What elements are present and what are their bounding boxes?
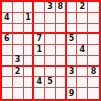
- cell-r6c7[interactable]: [67, 56, 78, 67]
- cell-r9c3[interactable]: [24, 88, 35, 99]
- cell-r7c9[interactable]: 8: [88, 67, 99, 78]
- cell-r2c8[interactable]: [77, 13, 88, 24]
- cell-r9c9[interactable]: [88, 88, 99, 99]
- cell-r7c7[interactable]: 3: [67, 67, 78, 78]
- cell-r4c8[interactable]: [77, 34, 88, 45]
- given-digit: 8: [91, 68, 97, 76]
- given-digit: 7: [36, 35, 42, 43]
- cell-r4c4[interactable]: 7: [34, 34, 45, 45]
- cell-r2c2[interactable]: [13, 13, 24, 24]
- given-digit: 3: [47, 3, 53, 11]
- cell-r3c6[interactable]: [56, 24, 67, 35]
- cell-r6c3[interactable]: [24, 56, 35, 67]
- given-digit: 1: [36, 46, 42, 54]
- cell-r9c8[interactable]: [77, 88, 88, 99]
- cell-r1c3[interactable]: [24, 2, 35, 13]
- cell-r3c9[interactable]: [88, 24, 99, 35]
- cell-r5c7[interactable]: [67, 45, 78, 56]
- cell-r2c4[interactable]: [34, 13, 45, 24]
- cell-r8c1[interactable]: [2, 77, 13, 88]
- cell-r2c9[interactable]: [88, 13, 99, 24]
- cell-r8c4[interactable]: 4: [34, 77, 45, 88]
- given-digit: 5: [69, 35, 75, 43]
- cell-r7c6[interactable]: [56, 67, 67, 78]
- given-digit: 3: [69, 68, 75, 76]
- cell-r8c8[interactable]: [77, 77, 88, 88]
- cell-r8c6[interactable]: [56, 77, 67, 88]
- cell-r9c2[interactable]: [13, 88, 24, 99]
- cell-r1c4[interactable]: [34, 2, 45, 13]
- given-digit: 8: [57, 3, 63, 11]
- cell-r7c8[interactable]: [77, 67, 88, 78]
- given-digit: 4: [4, 14, 10, 22]
- given-digit: 1: [25, 14, 31, 22]
- cell-r1c8[interactable]: 2: [77, 2, 88, 13]
- given-digit: 9: [69, 90, 75, 98]
- cell-r1c7[interactable]: [67, 2, 78, 13]
- cell-r1c9[interactable]: [88, 2, 99, 13]
- cell-r2c1[interactable]: 4: [2, 13, 13, 24]
- given-digit: 2: [80, 3, 86, 11]
- cell-r2c5[interactable]: [45, 13, 56, 24]
- cell-r1c2[interactable]: [13, 2, 24, 13]
- cell-r8c3[interactable]: [24, 77, 35, 88]
- cell-r9c7[interactable]: 9: [67, 88, 78, 99]
- cell-r6c9[interactable]: [88, 56, 99, 67]
- cell-r4c5[interactable]: [45, 34, 56, 45]
- cell-r3c7[interactable]: [67, 24, 78, 35]
- cell-r3c3[interactable]: [24, 24, 35, 35]
- given-digit: 2: [15, 68, 21, 76]
- cell-r9c6[interactable]: [56, 88, 67, 99]
- cell-r7c3[interactable]: [24, 67, 35, 78]
- cell-r2c6[interactable]: [56, 13, 67, 24]
- cell-r1c6[interactable]: 8: [56, 2, 67, 13]
- given-digit: 5: [47, 78, 53, 86]
- cell-r5c6[interactable]: [56, 45, 67, 56]
- cell-r6c4[interactable]: [34, 56, 45, 67]
- cell-r5c9[interactable]: [88, 45, 99, 56]
- cell-r4c7[interactable]: 5: [67, 34, 78, 45]
- cell-r6c8[interactable]: [77, 56, 88, 67]
- cell-r1c1[interactable]: [2, 2, 13, 13]
- cell-r5c2[interactable]: [13, 45, 24, 56]
- cell-r3c5[interactable]: [45, 24, 56, 35]
- given-digit: 4: [36, 78, 42, 86]
- cell-r2c3[interactable]: 1: [24, 13, 35, 24]
- cell-r5c8[interactable]: 4: [77, 45, 88, 56]
- cell-r9c4[interactable]: [34, 88, 45, 99]
- given-digit: 6: [4, 35, 10, 43]
- cell-r8c2[interactable]: [13, 77, 24, 88]
- cell-r6c5[interactable]: [45, 56, 56, 67]
- cell-r7c5[interactable]: [45, 67, 56, 78]
- cell-r6c2[interactable]: 3: [13, 56, 24, 67]
- cell-r3c1[interactable]: [2, 24, 13, 35]
- cell-r8c7[interactable]: [67, 77, 78, 88]
- cell-r7c4[interactable]: [34, 67, 45, 78]
- cell-r4c9[interactable]: [88, 34, 99, 45]
- cell-r4c2[interactable]: [13, 34, 24, 45]
- cell-r4c3[interactable]: [24, 34, 35, 45]
- cell-r7c2[interactable]: 2: [13, 67, 24, 78]
- cell-r7c1[interactable]: [2, 67, 13, 78]
- cell-r8c9[interactable]: [88, 77, 99, 88]
- cell-r6c6[interactable]: [56, 56, 67, 67]
- cell-r5c5[interactable]: [45, 45, 56, 56]
- cell-r8c5[interactable]: 5: [45, 77, 56, 88]
- cell-r3c2[interactable]: [13, 24, 24, 35]
- cell-r1c5[interactable]: 3: [45, 2, 56, 13]
- cell-r4c6[interactable]: [56, 34, 67, 45]
- given-digit: 4: [80, 46, 86, 54]
- cell-r3c8[interactable]: [77, 24, 88, 35]
- cell-r9c1[interactable]: [2, 88, 13, 99]
- cell-r9c5[interactable]: [45, 88, 56, 99]
- cell-r4c1[interactable]: 6: [2, 34, 13, 45]
- cell-r5c3[interactable]: [24, 45, 35, 56]
- cell-r6c1[interactable]: [2, 56, 13, 67]
- cell-r5c4[interactable]: 1: [34, 45, 45, 56]
- given-digit: 3: [15, 56, 21, 64]
- cell-r2c7[interactable]: [67, 13, 78, 24]
- cell-r3c4[interactable]: [34, 24, 45, 35]
- sudoku-board: 38241675143238459: [0, 0, 101, 101]
- cell-r5c1[interactable]: [2, 45, 13, 56]
